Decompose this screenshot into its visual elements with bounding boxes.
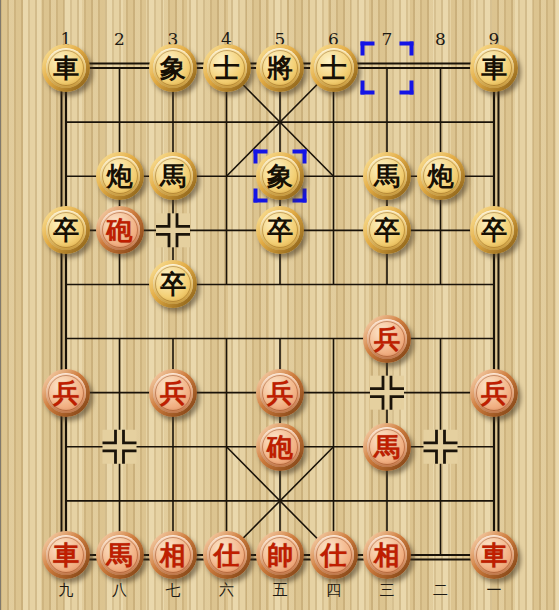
piece-red-elephant[interactable]: 相 bbox=[149, 531, 197, 579]
piece-red-soldier[interactable]: 兵 bbox=[470, 369, 518, 417]
piece-glyph: 車 bbox=[46, 48, 86, 88]
piece-glyph: 相 bbox=[367, 535, 407, 575]
piece-black-soldier[interactable]: 卒 bbox=[470, 206, 518, 254]
piece-red-advisor[interactable]: 仕 bbox=[310, 531, 358, 579]
piece-glyph: 砲 bbox=[260, 427, 300, 467]
piece-red-chariot[interactable]: 車 bbox=[42, 531, 90, 579]
piece-black-elephant[interactable]: 象 bbox=[149, 44, 197, 92]
point-marker bbox=[156, 213, 190, 247]
piece-glyph: 馬 bbox=[367, 427, 407, 467]
piece-red-soldier[interactable]: 兵 bbox=[42, 369, 90, 417]
piece-glyph: 馬 bbox=[100, 535, 140, 575]
piece-glyph: 象 bbox=[153, 48, 193, 88]
file-label-bottom-7: 三 bbox=[380, 583, 395, 598]
piece-red-general[interactable]: 帥 bbox=[256, 531, 304, 579]
piece-glyph: 帥 bbox=[260, 535, 300, 575]
piece-black-cannon[interactable]: 炮 bbox=[96, 152, 144, 200]
piece-glyph: 卒 bbox=[153, 264, 193, 304]
piece-glyph: 士 bbox=[314, 48, 354, 88]
piece-black-soldier[interactable]: 卒 bbox=[149, 260, 197, 308]
piece-glyph: 馬 bbox=[153, 156, 193, 196]
piece-red-horse[interactable]: 馬 bbox=[96, 531, 144, 579]
piece-glyph: 炮 bbox=[100, 156, 140, 196]
file-label-bottom-1: 九 bbox=[59, 583, 74, 598]
piece-black-general[interactable]: 將 bbox=[256, 44, 304, 92]
file-label-bottom-3: 七 bbox=[166, 583, 181, 598]
piece-red-soldier[interactable]: 兵 bbox=[363, 315, 411, 363]
piece-black-soldier[interactable]: 卒 bbox=[363, 206, 411, 254]
piece-glyph: 兵 bbox=[46, 373, 86, 413]
piece-glyph: 車 bbox=[474, 48, 514, 88]
piece-glyph: 仕 bbox=[207, 535, 247, 575]
piece-glyph: 卒 bbox=[474, 210, 514, 250]
piece-black-advisor[interactable]: 士 bbox=[203, 44, 251, 92]
file-label-bottom-9: 一 bbox=[487, 583, 502, 598]
file-label-bottom-2: 八 bbox=[112, 583, 127, 598]
piece-black-soldier[interactable]: 卒 bbox=[42, 206, 90, 254]
piece-glyph: 車 bbox=[46, 535, 86, 575]
file-label-bottom-6: 四 bbox=[326, 583, 341, 598]
piece-red-cannon[interactable]: 砲 bbox=[96, 206, 144, 254]
xiangqi-board[interactable]: 123456789 九八七六五四三二一 車象士將士車炮馬象馬炮卒砲卒卒卒卒兵兵兵… bbox=[0, 0, 559, 610]
piece-glyph: 兵 bbox=[153, 373, 193, 413]
piece-black-advisor[interactable]: 士 bbox=[310, 44, 358, 92]
piece-black-cannon[interactable]: 炮 bbox=[417, 152, 465, 200]
piece-glyph: 兵 bbox=[367, 319, 407, 359]
piece-black-horse[interactable]: 馬 bbox=[363, 152, 411, 200]
piece-red-elephant[interactable]: 相 bbox=[363, 531, 411, 579]
file-label-top-8: 8 bbox=[435, 31, 446, 48]
piece-glyph: 兵 bbox=[260, 373, 300, 413]
piece-glyph: 卒 bbox=[46, 210, 86, 250]
piece-black-elephant[interactable]: 象 bbox=[256, 152, 304, 200]
point-marker bbox=[103, 430, 137, 464]
piece-glyph: 象 bbox=[260, 156, 300, 196]
piece-glyph: 車 bbox=[474, 535, 514, 575]
piece-glyph: 卒 bbox=[367, 210, 407, 250]
piece-red-soldier[interactable]: 兵 bbox=[256, 369, 304, 417]
piece-glyph: 炮 bbox=[421, 156, 461, 196]
point-marker bbox=[424, 430, 458, 464]
piece-black-chariot[interactable]: 車 bbox=[42, 44, 90, 92]
piece-glyph: 卒 bbox=[260, 210, 300, 250]
piece-glyph: 將 bbox=[260, 48, 300, 88]
last-move-marker-from bbox=[361, 42, 414, 95]
piece-glyph: 仕 bbox=[314, 535, 354, 575]
file-label-bottom-5: 五 bbox=[273, 583, 288, 598]
piece-glyph: 馬 bbox=[367, 156, 407, 196]
piece-red-advisor[interactable]: 仕 bbox=[203, 531, 251, 579]
piece-glyph: 兵 bbox=[474, 373, 514, 413]
piece-black-soldier[interactable]: 卒 bbox=[256, 206, 304, 254]
point-marker bbox=[370, 376, 404, 410]
file-label-top-2: 2 bbox=[114, 31, 125, 48]
piece-black-horse[interactable]: 馬 bbox=[149, 152, 197, 200]
piece-black-chariot[interactable]: 車 bbox=[470, 44, 518, 92]
piece-red-chariot[interactable]: 車 bbox=[470, 531, 518, 579]
piece-red-soldier[interactable]: 兵 bbox=[149, 369, 197, 417]
file-label-bottom-8: 二 bbox=[433, 583, 448, 598]
piece-red-horse[interactable]: 馬 bbox=[363, 423, 411, 471]
piece-red-cannon[interactable]: 砲 bbox=[256, 423, 304, 471]
file-label-bottom-4: 六 bbox=[219, 583, 234, 598]
piece-glyph: 士 bbox=[207, 48, 247, 88]
piece-glyph: 砲 bbox=[100, 210, 140, 250]
piece-glyph: 相 bbox=[153, 535, 193, 575]
